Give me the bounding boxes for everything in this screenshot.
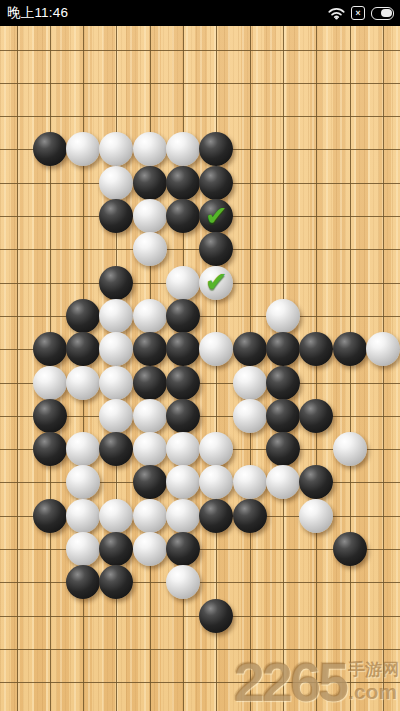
stone-black[interactable] <box>166 532 200 566</box>
grid-line-horizontal <box>0 649 400 650</box>
stone-white[interactable] <box>33 366 67 400</box>
stone-black[interactable] <box>199 499 233 533</box>
grid-line-vertical <box>383 26 384 711</box>
status-bar: 晚上11:46 × <box>0 0 400 26</box>
stone-white[interactable] <box>133 299 167 333</box>
grid-line-vertical <box>350 26 351 711</box>
grid-line-horizontal <box>0 116 400 117</box>
stone-white[interactable] <box>199 432 233 466</box>
stone-white[interactable] <box>66 432 100 466</box>
grid-line-vertical <box>316 26 317 711</box>
stone-black[interactable] <box>199 232 233 266</box>
stone-black[interactable] <box>266 432 300 466</box>
stone-black[interactable] <box>99 532 133 566</box>
stone-white[interactable] <box>99 499 133 533</box>
stone-white[interactable] <box>99 399 133 433</box>
stone-black[interactable] <box>133 465 167 499</box>
stone-black[interactable] <box>33 132 67 166</box>
clock-text: 晚上11:46 <box>7 4 68 22</box>
stone-black[interactable] <box>166 399 200 433</box>
stone-black[interactable] <box>199 599 233 633</box>
stone-white[interactable] <box>233 366 267 400</box>
stone-white[interactable] <box>166 465 200 499</box>
stone-black[interactable] <box>99 565 133 599</box>
stone-black[interactable] <box>133 366 167 400</box>
grid-line-horizontal <box>0 682 400 683</box>
stone-black[interactable] <box>33 332 67 366</box>
stone-black[interactable] <box>99 199 133 233</box>
stone-black[interactable] <box>133 332 167 366</box>
stone-white[interactable] <box>266 465 300 499</box>
stone-black[interactable]: ✔ <box>199 199 233 233</box>
stone-black[interactable] <box>33 499 67 533</box>
app-screen: 晚上11:46 × ✔✔ 2265 手游网 .com <box>0 0 400 711</box>
stone-white[interactable] <box>166 499 200 533</box>
stone-black[interactable] <box>166 332 200 366</box>
stone-white[interactable] <box>166 565 200 599</box>
stone-black[interactable] <box>166 166 200 200</box>
stone-white[interactable] <box>166 132 200 166</box>
no-sim-icon: × <box>351 6 365 20</box>
stone-white[interactable] <box>133 132 167 166</box>
stone-black[interactable] <box>166 299 200 333</box>
stone-black[interactable] <box>299 465 333 499</box>
win-check-icon: ✔ <box>205 268 228 295</box>
stone-white[interactable] <box>99 299 133 333</box>
stone-white[interactable] <box>133 532 167 566</box>
grid-line-vertical <box>17 26 18 711</box>
stone-black[interactable] <box>199 166 233 200</box>
stone-white[interactable] <box>199 465 233 499</box>
stone-black[interactable] <box>66 299 100 333</box>
stone-white[interactable] <box>66 366 100 400</box>
stone-white[interactable] <box>299 499 333 533</box>
battery-level <box>381 9 392 17</box>
stone-white[interactable] <box>66 532 100 566</box>
battery-icon <box>371 7 394 20</box>
wifi-icon <box>328 7 345 20</box>
stone-white[interactable] <box>66 132 100 166</box>
stone-black[interactable] <box>333 332 367 366</box>
stone-white[interactable] <box>366 332 400 366</box>
stone-white[interactable] <box>133 499 167 533</box>
stone-black[interactable] <box>99 432 133 466</box>
stone-black[interactable] <box>299 332 333 366</box>
stone-white[interactable] <box>133 232 167 266</box>
stone-white[interactable] <box>66 465 100 499</box>
stone-black[interactable] <box>233 332 267 366</box>
stone-black[interactable] <box>166 366 200 400</box>
stone-white[interactable] <box>99 166 133 200</box>
status-icons: × <box>328 0 394 26</box>
stone-white[interactable] <box>66 499 100 533</box>
stone-white[interactable] <box>166 266 200 300</box>
stone-black[interactable] <box>266 366 300 400</box>
stone-black[interactable] <box>266 332 300 366</box>
stone-black[interactable] <box>299 399 333 433</box>
stone-white[interactable] <box>233 399 267 433</box>
stone-white[interactable] <box>199 332 233 366</box>
stone-white[interactable] <box>99 366 133 400</box>
stone-white[interactable] <box>133 432 167 466</box>
stone-white[interactable] <box>133 399 167 433</box>
stone-black[interactable] <box>199 132 233 166</box>
stone-black[interactable] <box>66 332 100 366</box>
stone-white[interactable] <box>266 299 300 333</box>
stone-white[interactable] <box>133 199 167 233</box>
stone-black[interactable] <box>233 499 267 533</box>
grid-line-horizontal <box>0 50 400 51</box>
stone-black[interactable] <box>266 399 300 433</box>
stone-black[interactable] <box>166 199 200 233</box>
stone-black[interactable] <box>33 432 67 466</box>
stone-white[interactable] <box>99 332 133 366</box>
grid-line-horizontal <box>0 316 400 317</box>
stone-white[interactable]: ✔ <box>199 266 233 300</box>
stone-black[interactable] <box>66 565 100 599</box>
stone-black[interactable] <box>133 166 167 200</box>
stone-black[interactable] <box>333 532 367 566</box>
stone-black[interactable] <box>99 266 133 300</box>
stone-black[interactable] <box>33 399 67 433</box>
grid-line-horizontal <box>0 83 400 84</box>
stone-white[interactable] <box>333 432 367 466</box>
board[interactable]: ✔✔ <box>0 26 400 711</box>
grid-line-horizontal <box>0 582 400 583</box>
win-check-icon: ✔ <box>205 202 228 229</box>
stone-white[interactable] <box>99 132 133 166</box>
stone-white[interactable] <box>233 465 267 499</box>
stone-white[interactable] <box>166 432 200 466</box>
